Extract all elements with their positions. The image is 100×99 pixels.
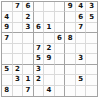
cell-r2c5-empty[interactable] (44, 12, 55, 22)
cell-r5c8-empty[interactable] (76, 44, 87, 54)
cell-r2c3-given-2[interactable]: 2 (23, 12, 34, 22)
cell-r5c5-given-2[interactable]: 2 (44, 44, 55, 54)
cell-r7c5-empty[interactable] (44, 65, 55, 75)
cell-r5c4-given-7[interactable]: 7 (34, 44, 45, 54)
cell-r7c8-empty[interactable] (76, 65, 87, 75)
cell-r9c9-empty[interactable] (86, 86, 97, 96)
cell-r8c2-given-3[interactable]: 3 (13, 75, 24, 85)
cell-r5c1-empty[interactable] (2, 44, 13, 54)
cell-r8c5-empty[interactable] (44, 75, 55, 85)
cell-r8c1-empty[interactable] (2, 75, 13, 85)
cell-r6c8-given-3[interactable]: 3 (76, 54, 87, 64)
cell-r2c9-given-5[interactable]: 5 (86, 12, 97, 22)
cell-r7c2-given-2[interactable]: 2 (13, 65, 24, 75)
cell-r3c8-given-7[interactable]: 7 (76, 23, 87, 33)
cell-r3c6-empty[interactable] (55, 23, 66, 33)
cell-r1c7-given-9[interactable]: 9 (65, 2, 76, 12)
cell-r9c6-empty[interactable] (55, 86, 66, 96)
cell-r8c7-empty[interactable] (65, 75, 76, 85)
cell-r7c1-given-5[interactable]: 5 (2, 65, 13, 75)
cell-r5c9-empty[interactable] (86, 44, 97, 54)
cell-r4c2-empty[interactable] (13, 33, 24, 43)
cell-r1c3-given-6[interactable]: 6 (23, 2, 34, 12)
cell-r9c4-empty[interactable] (34, 86, 45, 96)
cell-r6c3-empty[interactable] (23, 54, 34, 64)
cell-r1c1-empty[interactable] (2, 2, 13, 12)
cell-r3c9-empty[interactable] (86, 23, 97, 33)
cell-r3c2-empty[interactable] (13, 23, 24, 33)
cell-r1c8-given-4[interactable]: 4 (76, 2, 87, 12)
cell-r7c4-given-3[interactable]: 3 (34, 65, 45, 75)
cell-r1c9-given-3[interactable]: 3 (86, 2, 97, 12)
cell-r1c2-given-7[interactable]: 7 (13, 2, 24, 12)
cell-r7c3-empty[interactable] (23, 65, 34, 75)
cell-r3c1-given-9[interactable]: 9 (2, 23, 13, 33)
cell-r4c8-empty[interactable] (76, 33, 87, 43)
cell-r7c7-empty[interactable] (65, 65, 76, 75)
cell-r1c6-empty[interactable] (55, 2, 66, 12)
cell-r9c1-given-8[interactable]: 8 (2, 86, 13, 96)
cell-r4c5-empty[interactable] (44, 33, 55, 43)
cell-r4c1-given-7[interactable]: 7 (2, 33, 13, 43)
cell-r6c4-given-5[interactable]: 5 (34, 54, 45, 64)
cell-r2c7-empty[interactable] (65, 12, 76, 22)
cell-r6c9-empty[interactable] (86, 54, 97, 64)
cell-r3c4-given-6[interactable]: 6 (34, 23, 45, 33)
cell-r3c7-empty[interactable] (65, 23, 76, 33)
cell-r1c5-empty[interactable] (44, 2, 55, 12)
cell-r5c3-empty[interactable] (23, 44, 34, 54)
cell-r5c2-empty[interactable] (13, 44, 24, 54)
cell-r2c6-empty[interactable] (55, 12, 66, 22)
cell-r9c2-empty[interactable] (13, 86, 24, 96)
cell-r4c6-given-6[interactable]: 6 (55, 33, 66, 43)
cell-r6c2-empty[interactable] (13, 54, 24, 64)
cell-r9c5-given-4[interactable]: 4 (44, 86, 55, 96)
cell-r3c5-given-1[interactable]: 1 (44, 23, 55, 33)
cell-r8c4-given-2[interactable]: 2 (34, 75, 45, 85)
cell-r5c6-empty[interactable] (55, 44, 66, 54)
cell-r7c6-empty[interactable] (55, 65, 66, 75)
cell-r6c6-empty[interactable] (55, 54, 66, 64)
cell-r8c6-empty[interactable] (55, 75, 66, 85)
cell-r3c3-given-3[interactable]: 3 (23, 23, 34, 33)
cell-r9c8-empty[interactable] (76, 86, 87, 96)
cell-r9c3-given-7[interactable]: 7 (23, 86, 34, 96)
cell-r2c4-empty[interactable] (34, 12, 45, 22)
cell-r4c9-empty[interactable] (86, 33, 97, 43)
cell-r6c1-empty[interactable] (2, 54, 13, 64)
sudoku-board: 76943426593617768725935233125874 (1, 1, 98, 97)
cell-r4c7-given-8[interactable]: 8 (65, 33, 76, 43)
cell-r7c9-empty[interactable] (86, 65, 97, 75)
cell-r2c2-empty[interactable] (13, 12, 24, 22)
cell-r8c3-given-1[interactable]: 1 (23, 75, 34, 85)
cell-r1c4-empty[interactable] (34, 2, 45, 12)
cell-r4c4-empty[interactable] (34, 33, 45, 43)
cell-r5c7-empty[interactable] (65, 44, 76, 54)
cell-r2c8-given-6[interactable]: 6 (76, 12, 87, 22)
cell-r6c7-empty[interactable] (65, 54, 76, 64)
cell-r4c3-empty[interactable] (23, 33, 34, 43)
cell-r8c8-given-5[interactable]: 5 (76, 75, 87, 85)
cell-r2c1-given-4[interactable]: 4 (2, 12, 13, 22)
cell-r8c9-empty[interactable] (86, 75, 97, 85)
cell-r9c7-empty[interactable] (65, 86, 76, 96)
cell-r6c5-given-9[interactable]: 9 (44, 54, 55, 64)
